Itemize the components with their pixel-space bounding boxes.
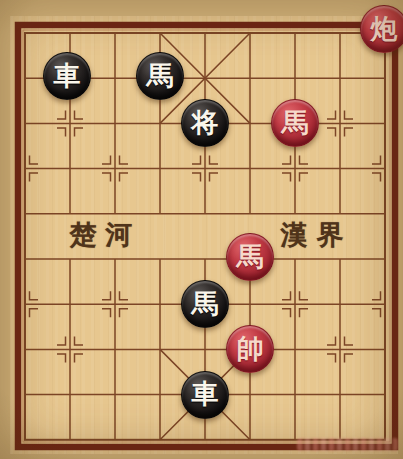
piece-glyph: 炮 [371, 16, 398, 43]
piece-black-horse-a[interactable]: 馬 [136, 52, 184, 100]
piece-red-general[interactable]: 帥 [226, 325, 274, 373]
xiangqi-board-screenshot: 楚河 漢界 炮車馬将馬馬馬帥車 [0, 0, 403, 459]
piece-glyph: 馬 [192, 291, 219, 318]
piece-black-chariot-a[interactable]: 車 [43, 52, 91, 100]
piece-glyph: 馬 [147, 63, 174, 90]
piece-red-horse-a[interactable]: 馬 [271, 99, 319, 147]
piece-glyph: 車 [54, 63, 81, 90]
piece-glyph: 車 [192, 381, 219, 408]
piece-glyph: 馬 [237, 244, 264, 271]
piece-red-cannon[interactable]: 炮 [360, 5, 403, 53]
piece-red-horse-b[interactable]: 馬 [226, 233, 274, 281]
piece-black-chariot-b[interactable]: 車 [181, 371, 229, 419]
piece-glyph: 馬 [282, 110, 309, 137]
piece-glyph: 帥 [237, 336, 264, 363]
pieces-layer: 炮車馬将馬馬馬帥車 [0, 0, 403, 459]
piece-black-horse-b[interactable]: 馬 [181, 280, 229, 328]
piece-black-general[interactable]: 将 [181, 99, 229, 147]
piece-glyph: 将 [192, 110, 219, 137]
